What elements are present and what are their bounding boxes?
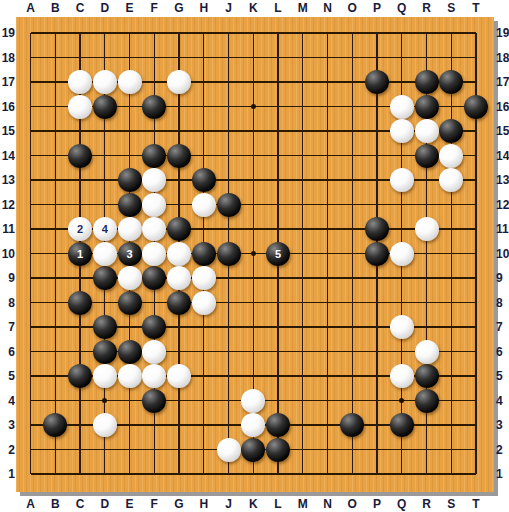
stone-white-D10 <box>93 242 117 266</box>
stone-white-G10 <box>167 242 191 266</box>
stone-black-L2 <box>266 438 290 462</box>
coord-label-right-11: 11 <box>496 221 509 237</box>
coord-label-left-16: 16 <box>0 99 15 115</box>
stone-black-J12 <box>217 193 241 217</box>
coord-label-right-4: 4 <box>496 393 509 409</box>
coord-label-left-19: 19 <box>0 25 15 41</box>
stone-black-P10 <box>365 242 389 266</box>
stone-black-P11 <box>365 217 389 241</box>
coord-label-right-5: 5 <box>496 368 509 384</box>
go-app-window: AABBCCDDEEFFGGHHJJKKLLMMNNOOPPQQRRSSTT19… <box>0 0 509 512</box>
coord-label-left-8: 8 <box>0 295 15 311</box>
coord-label-right-3: 3 <box>496 417 509 433</box>
coord-label-right-8: 8 <box>496 295 509 311</box>
coord-label-right-19: 19 <box>496 25 509 41</box>
stone-black-R4 <box>415 389 439 413</box>
stone-white-K4 <box>241 389 265 413</box>
stone-white-Q5 <box>390 364 414 388</box>
coord-label-left-7: 7 <box>0 319 15 335</box>
coord-label-top-P: P <box>367 0 387 16</box>
stone-black-R14 <box>415 144 439 168</box>
coord-label-left-6: 6 <box>0 344 15 360</box>
coord-label-top-O: O <box>342 0 362 16</box>
coord-label-bottom-T: T <box>466 496 486 512</box>
coord-label-bottom-H: H <box>194 496 214 512</box>
stone-white-C17 <box>68 70 92 94</box>
stone-black-C14 <box>68 144 92 168</box>
stone-white-Q7 <box>390 315 414 339</box>
coord-label-right-10: 10 <box>496 246 509 262</box>
stone-black-F4 <box>142 389 166 413</box>
stone-black-H10 <box>192 242 216 266</box>
stone-black-Q3 <box>390 413 414 437</box>
coord-label-bottom-D: D <box>95 496 115 512</box>
coord-label-bottom-S: S <box>441 496 461 512</box>
coord-label-top-Q: Q <box>392 0 412 16</box>
stone-white-F12 <box>142 193 166 217</box>
coord-label-right-16: 16 <box>496 99 509 115</box>
stone-black-E10: 3 <box>118 242 142 266</box>
stone-white-Q10 <box>390 242 414 266</box>
star-point-K10 <box>251 251 256 256</box>
coord-label-right-12: 12 <box>496 197 509 213</box>
coord-label-top-T: T <box>466 0 486 16</box>
stone-black-D7 <box>93 315 117 339</box>
stone-black-E12 <box>118 193 142 217</box>
stone-black-G8 <box>167 291 191 315</box>
coord-label-bottom-N: N <box>318 496 338 512</box>
coord-label-bottom-G: G <box>169 496 189 512</box>
stone-black-P17 <box>365 70 389 94</box>
coord-label-bottom-Q: Q <box>392 496 412 512</box>
stone-white-Q13 <box>390 168 414 192</box>
stone-black-D6 <box>93 340 117 364</box>
stone-black-E13 <box>118 168 142 192</box>
stone-black-R17 <box>415 70 439 94</box>
coord-label-left-3: 3 <box>0 417 15 433</box>
coord-label-top-C: C <box>70 0 90 16</box>
coord-label-bottom-C: C <box>70 496 90 512</box>
coord-label-bottom-A: A <box>21 496 41 512</box>
stone-white-H12 <box>192 193 216 217</box>
coord-label-top-L: L <box>268 0 288 16</box>
stone-white-R11 <box>415 217 439 241</box>
coord-label-bottom-J: J <box>219 496 239 512</box>
coord-label-right-9: 9 <box>496 270 509 286</box>
coord-label-left-4: 4 <box>0 393 15 409</box>
stone-white-C16 <box>68 95 92 119</box>
stone-white-D3 <box>93 413 117 437</box>
coord-label-bottom-K: K <box>243 496 263 512</box>
coord-label-left-15: 15 <box>0 123 15 139</box>
stone-black-K2 <box>241 438 265 462</box>
stone-white-R15 <box>415 119 439 143</box>
stone-black-J10 <box>217 242 241 266</box>
stone-white-E11 <box>118 217 142 241</box>
coord-label-left-5: 5 <box>0 368 15 384</box>
stone-black-T16 <box>464 95 488 119</box>
stone-black-R16 <box>415 95 439 119</box>
coord-label-right-14: 14 <box>496 148 509 164</box>
stone-black-C5 <box>68 364 92 388</box>
coord-label-top-M: M <box>293 0 313 16</box>
stone-white-G5 <box>167 364 191 388</box>
coord-label-left-1: 1 <box>0 466 15 482</box>
stone-white-R6 <box>415 340 439 364</box>
coord-label-bottom-E: E <box>120 496 140 512</box>
stone-black-F16 <box>142 95 166 119</box>
coord-label-right-18: 18 <box>496 50 509 66</box>
stone-white-G9 <box>167 266 191 290</box>
stone-black-G11 <box>167 217 191 241</box>
stone-white-E9 <box>118 266 142 290</box>
stone-white-Q16 <box>390 95 414 119</box>
coord-label-top-N: N <box>318 0 338 16</box>
stone-black-L10: 5 <box>266 242 290 266</box>
stone-black-H13 <box>192 168 216 192</box>
stone-white-H8 <box>192 291 216 315</box>
coord-label-left-2: 2 <box>0 442 15 458</box>
stone-white-H9 <box>192 266 216 290</box>
coord-label-top-S: S <box>441 0 461 16</box>
stone-white-E17 <box>118 70 142 94</box>
stone-black-E6 <box>118 340 142 364</box>
coord-label-left-10: 10 <box>0 246 15 262</box>
stone-white-S14 <box>439 144 463 168</box>
stone-white-F6 <box>142 340 166 364</box>
coord-label-left-11: 11 <box>0 221 15 237</box>
coord-label-left-18: 18 <box>0 50 15 66</box>
coord-label-bottom-O: O <box>342 496 362 512</box>
coord-label-bottom-P: P <box>367 496 387 512</box>
stone-black-E8 <box>118 291 142 315</box>
stone-white-F10 <box>142 242 166 266</box>
coord-label-top-E: E <box>120 0 140 16</box>
stone-white-D5 <box>93 364 117 388</box>
coord-label-left-17: 17 <box>0 74 15 90</box>
coord-label-left-9: 9 <box>0 270 15 286</box>
stone-white-E5 <box>118 364 142 388</box>
stone-white-Q15 <box>390 119 414 143</box>
coord-label-right-7: 7 <box>496 319 509 335</box>
stone-black-C10: 1 <box>68 242 92 266</box>
coord-label-left-12: 12 <box>0 197 15 213</box>
coord-label-bottom-F: F <box>144 496 164 512</box>
coord-label-right-15: 15 <box>496 123 509 139</box>
stone-white-G17 <box>167 70 191 94</box>
stone-black-D9 <box>93 266 117 290</box>
coord-label-bottom-M: M <box>293 496 313 512</box>
coord-label-right-13: 13 <box>496 172 509 188</box>
coord-label-bottom-R: R <box>417 496 437 512</box>
coord-label-right-1: 1 <box>496 466 509 482</box>
star-point-K16 <box>251 104 256 109</box>
stone-white-J2 <box>217 438 241 462</box>
coord-label-bottom-B: B <box>45 496 65 512</box>
coord-label-right-6: 6 <box>496 344 509 360</box>
coord-label-left-13: 13 <box>0 172 15 188</box>
coord-label-top-B: B <box>45 0 65 16</box>
coord-label-right-2: 2 <box>496 442 509 458</box>
stone-white-C11: 2 <box>68 217 92 241</box>
coord-label-top-J: J <box>219 0 239 16</box>
coord-label-top-G: G <box>169 0 189 16</box>
coord-label-left-14: 14 <box>0 148 15 164</box>
stone-black-L3 <box>266 413 290 437</box>
coord-label-top-R: R <box>417 0 437 16</box>
stone-white-D11: 4 <box>93 217 117 241</box>
stone-black-R5 <box>415 364 439 388</box>
stone-white-D17 <box>93 70 117 94</box>
coord-label-top-H: H <box>194 0 214 16</box>
coord-label-bottom-L: L <box>268 496 288 512</box>
stone-black-F14 <box>142 144 166 168</box>
stone-black-D16 <box>93 95 117 119</box>
coord-label-top-D: D <box>95 0 115 16</box>
stone-black-C8 <box>68 291 92 315</box>
coord-label-right-17: 17 <box>496 74 509 90</box>
coord-label-top-K: K <box>243 0 263 16</box>
stone-black-G14 <box>167 144 191 168</box>
coord-label-top-A: A <box>21 0 41 16</box>
coord-label-top-F: F <box>144 0 164 16</box>
